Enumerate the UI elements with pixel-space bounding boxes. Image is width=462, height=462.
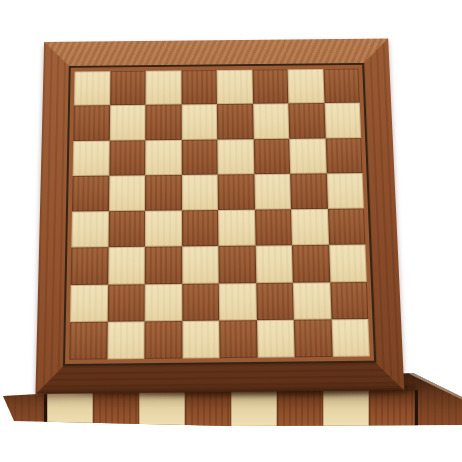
flat-square-1 xyxy=(47,390,93,427)
board-grid xyxy=(69,69,370,360)
square-h1 xyxy=(331,319,370,357)
square-d1 xyxy=(182,320,220,358)
square-a5 xyxy=(72,175,109,211)
square-e4 xyxy=(218,210,255,247)
square-e5 xyxy=(218,174,255,210)
square-d8 xyxy=(181,70,217,105)
square-a7 xyxy=(73,105,109,140)
square-c5 xyxy=(145,175,182,211)
square-e7 xyxy=(217,104,253,139)
square-f7 xyxy=(253,104,290,139)
square-c2 xyxy=(145,283,182,321)
square-h5 xyxy=(326,173,364,209)
square-b2 xyxy=(107,284,144,322)
square-c7 xyxy=(145,105,181,140)
flat-square-7 xyxy=(323,390,369,427)
square-a6 xyxy=(73,140,110,176)
square-h6 xyxy=(325,138,362,174)
square-g2 xyxy=(293,282,331,320)
square-g3 xyxy=(292,245,330,282)
square-a1 xyxy=(69,321,107,359)
square-f1 xyxy=(256,319,294,357)
square-b1 xyxy=(107,321,145,359)
square-f8 xyxy=(252,69,288,104)
flat-square-5 xyxy=(231,390,277,427)
product-photo xyxy=(0,0,462,462)
square-e8 xyxy=(217,70,253,105)
flat-square-3 xyxy=(139,390,185,427)
square-f6 xyxy=(253,138,290,174)
square-c6 xyxy=(145,139,181,175)
flat-square-8 xyxy=(369,390,415,427)
square-h3 xyxy=(329,245,367,282)
square-c4 xyxy=(145,210,182,247)
flat-square-6 xyxy=(277,390,323,427)
square-g4 xyxy=(291,209,329,246)
square-a4 xyxy=(71,211,108,248)
square-f5 xyxy=(254,174,291,210)
square-f2 xyxy=(256,282,294,320)
square-d6 xyxy=(181,139,217,175)
square-a2 xyxy=(70,284,108,322)
square-g6 xyxy=(289,138,326,174)
square-f3 xyxy=(255,245,293,282)
square-b3 xyxy=(108,247,145,284)
flat-square-4 xyxy=(185,390,231,427)
square-g1 xyxy=(294,319,333,357)
square-d7 xyxy=(181,104,217,139)
square-c8 xyxy=(145,70,181,105)
square-a8 xyxy=(74,71,110,106)
chess-board xyxy=(35,39,404,394)
square-h4 xyxy=(327,208,365,245)
square-e1 xyxy=(219,320,257,358)
square-h2 xyxy=(330,281,368,319)
square-e2 xyxy=(219,283,257,321)
square-d4 xyxy=(181,210,218,247)
playing-area xyxy=(63,63,376,366)
square-b4 xyxy=(108,211,145,248)
flat-board-squares-row xyxy=(44,390,418,427)
square-a3 xyxy=(71,247,108,284)
square-g5 xyxy=(290,173,327,209)
square-d2 xyxy=(182,283,219,321)
square-c1 xyxy=(144,321,182,359)
square-h7 xyxy=(324,103,361,138)
square-b5 xyxy=(108,175,145,211)
square-e3 xyxy=(218,246,255,283)
square-g8 xyxy=(287,69,324,104)
square-d5 xyxy=(181,174,218,210)
square-f4 xyxy=(254,209,291,246)
square-g7 xyxy=(288,103,325,138)
square-c3 xyxy=(145,247,182,284)
square-b7 xyxy=(109,105,145,140)
square-b6 xyxy=(109,140,145,176)
square-b8 xyxy=(110,71,146,106)
flat-square-2 xyxy=(93,390,139,427)
square-e6 xyxy=(217,139,254,175)
square-d3 xyxy=(182,246,219,283)
square-h8 xyxy=(323,69,360,104)
